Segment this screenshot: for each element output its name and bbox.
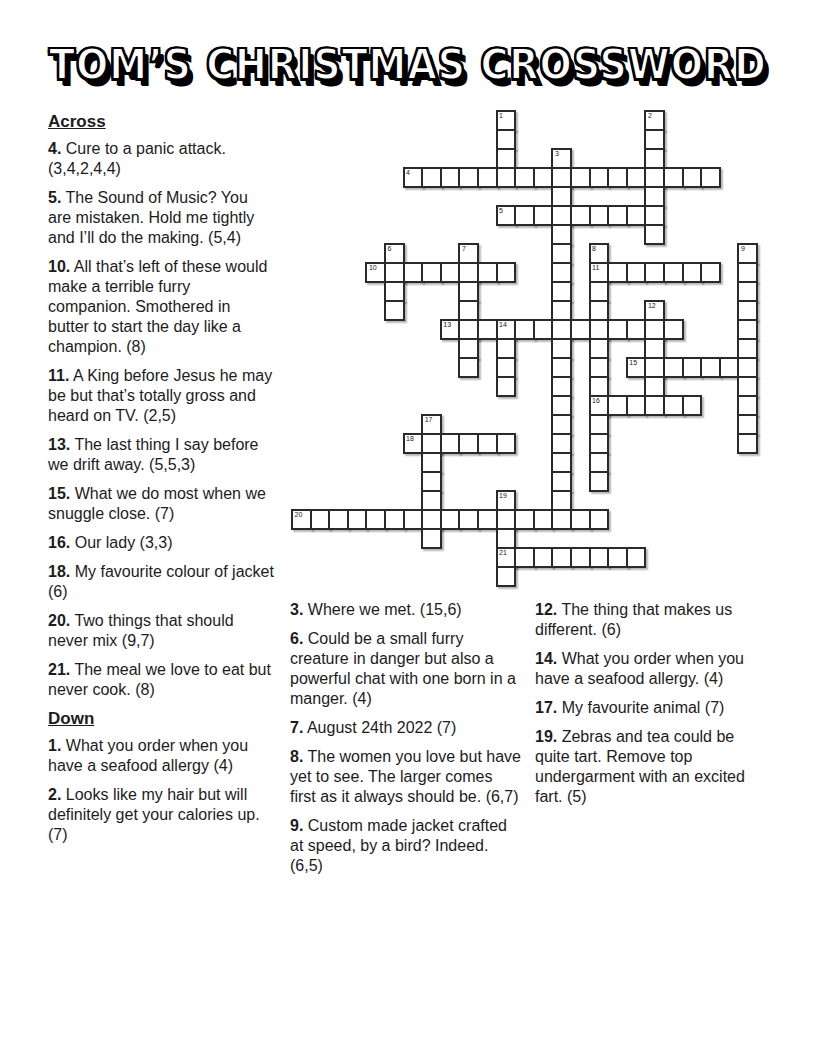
clue-number: 14. <box>535 650 557 667</box>
cell-r3c6[interactable]: 4 <box>403 167 424 188</box>
cell-r21c14[interactable] <box>551 509 572 530</box>
cell-r15c24[interactable] <box>737 395 758 416</box>
cell-r5c18[interactable] <box>626 205 647 226</box>
cell-r3c10[interactable] <box>477 167 498 188</box>
cell-r0c19[interactable]: 2 <box>644 110 665 131</box>
clue-number: 12. <box>535 601 557 618</box>
cell-r10c5[interactable] <box>384 300 405 321</box>
cell-r11c10[interactable] <box>477 319 498 340</box>
cell-r18c14[interactable] <box>551 452 572 473</box>
clue-number: 19. <box>535 728 557 745</box>
cell-r14c11[interactable] <box>496 376 517 397</box>
cell-r13c21[interactable] <box>682 357 703 378</box>
cell-r8c9[interactable] <box>458 262 479 283</box>
cell-r3c14[interactable] <box>551 167 572 188</box>
cell-number-16: 16 <box>592 396 600 405</box>
clue-17: 17. My favourite animal (7) <box>535 698 764 718</box>
clue-7: 7. August 24th 2022 (7) <box>290 718 521 738</box>
cell-r8c18[interactable] <box>626 262 647 283</box>
cell-r11c19[interactable] <box>644 319 665 340</box>
cell-r18c16[interactable] <box>589 452 610 473</box>
cell-r8c6[interactable] <box>403 262 424 283</box>
cell-r12c24[interactable] <box>737 338 758 359</box>
cell-r3c12[interactable] <box>514 167 535 188</box>
cell-r15c21[interactable] <box>682 395 703 416</box>
cell-r21c5[interactable] <box>384 509 405 530</box>
cell-r0c11[interactable]: 1 <box>496 110 517 131</box>
cell-r22c7[interactable] <box>421 528 442 549</box>
cell-number-18: 18 <box>406 434 414 443</box>
cell-r5c15[interactable] <box>570 205 591 226</box>
cell-r8c20[interactable] <box>663 262 684 283</box>
cell-r12c16[interactable] <box>589 338 610 359</box>
cell-number-19: 19 <box>499 491 507 500</box>
clue-number: 2. <box>48 786 61 803</box>
cell-r13c22[interactable] <box>700 357 721 378</box>
cell-r5c11[interactable]: 5 <box>496 205 517 226</box>
cell-r14c16[interactable] <box>589 376 610 397</box>
clue-21: 21. The meal we love to eat but never co… <box>48 660 274 700</box>
cell-r5c19[interactable] <box>644 205 665 226</box>
clue-9: 9. Custom made jacket crafted at speed, … <box>290 816 521 876</box>
cell-r9c24[interactable] <box>737 281 758 302</box>
cell-r11c24[interactable] <box>737 319 758 340</box>
cell-r11c15[interactable] <box>570 319 591 340</box>
cell-number-17: 17 <box>425 415 433 424</box>
clue-12: 12. The thing that makes us different. (… <box>535 600 764 640</box>
cell-r19c16[interactable] <box>589 471 610 492</box>
cell-r6c19[interactable] <box>644 224 665 245</box>
cell-number-21: 21 <box>499 548 507 557</box>
cell-r11c14[interactable] <box>551 319 572 340</box>
cell-r3c17[interactable] <box>607 167 628 188</box>
cell-r23c17[interactable] <box>607 547 628 568</box>
cell-number-15: 15 <box>629 358 637 367</box>
cell-number-9: 9 <box>741 244 745 253</box>
cell-r3c11[interactable] <box>496 167 517 188</box>
cell-r21c11[interactable] <box>496 509 517 530</box>
cell-number-6: 6 <box>388 244 392 253</box>
cell-r16c7[interactable]: 17 <box>421 414 442 435</box>
cell-number-14: 14 <box>499 320 507 329</box>
cell-r9c14[interactable] <box>551 281 572 302</box>
clue-number: 20. <box>48 612 70 629</box>
cell-r11c18[interactable] <box>626 319 647 340</box>
cell-r17c11[interactable] <box>496 433 517 454</box>
cell-r3c7[interactable] <box>421 167 442 188</box>
cell-r17c10[interactable] <box>477 433 498 454</box>
clue-number: 18. <box>48 563 70 580</box>
cell-number-1: 1 <box>499 111 503 120</box>
cell-r21c0[interactable]: 20 <box>291 509 312 530</box>
cell-r8c4[interactable]: 10 <box>365 262 386 283</box>
clue-20: 20. Two things that should never mix (9,… <box>48 611 274 651</box>
crossword-grid: 123456789101112131415161718192021 <box>291 110 758 587</box>
cell-r15c18[interactable] <box>626 395 647 416</box>
cell-r21c16[interactable] <box>589 509 610 530</box>
cell-r5c14[interactable] <box>551 205 572 226</box>
cell-r23c16[interactable] <box>589 547 610 568</box>
cell-number-8: 8 <box>592 244 596 253</box>
cell-number-4: 4 <box>406 168 410 177</box>
cell-r23c18[interactable] <box>626 547 647 568</box>
cell-r17c14[interactable] <box>551 433 572 454</box>
clue-10: 10. All that’s left of these would make … <box>48 257 274 357</box>
clue-number: 13. <box>48 436 70 453</box>
cell-r9c9[interactable] <box>458 281 479 302</box>
cell-r5c13[interactable] <box>533 205 554 226</box>
cell-r7c16[interactable]: 8 <box>589 243 610 264</box>
cell-r10c24[interactable] <box>737 300 758 321</box>
clue-number: 16. <box>48 534 70 551</box>
cell-r12c9[interactable] <box>458 338 479 359</box>
cell-r8c10[interactable] <box>477 262 498 283</box>
cell-r21c9[interactable] <box>458 509 479 530</box>
clue-16: 16. Our lady (3,3) <box>48 533 274 553</box>
cell-r12c14[interactable] <box>551 338 572 359</box>
down-header: Down <box>48 709 274 729</box>
page: TOM’S CHRISTMAS CROSSWORD 12345678910111… <box>0 0 816 1056</box>
cell-r8c11[interactable] <box>496 262 517 283</box>
cell-r2c11[interactable] <box>496 148 517 169</box>
clue-6: 6. Could be a small furry creature in da… <box>290 629 521 709</box>
cell-r4c14[interactable] <box>551 186 572 207</box>
cell-r3c13[interactable] <box>533 167 554 188</box>
cell-r19c14[interactable] <box>551 471 572 492</box>
cell-number-2: 2 <box>648 111 652 120</box>
cell-r23c12[interactable] <box>514 547 535 568</box>
cell-r17c9[interactable] <box>458 433 479 454</box>
cell-r1c19[interactable] <box>644 129 665 150</box>
cell-r9c16[interactable] <box>589 281 610 302</box>
cell-r9c5[interactable] <box>384 281 405 302</box>
cell-r16c14[interactable] <box>551 414 572 435</box>
cell-r13c24[interactable] <box>737 357 758 378</box>
cell-r4c19[interactable] <box>644 186 665 207</box>
cell-number-11: 11 <box>592 263 599 272</box>
clue-number: 6. <box>290 630 303 647</box>
clue-number: 11. <box>48 367 69 384</box>
cell-r22c11[interactable] <box>496 528 517 549</box>
clue-13: 13. The last thing I say before we drift… <box>48 435 274 475</box>
cell-r13c14[interactable] <box>551 357 572 378</box>
cell-number-5: 5 <box>499 206 503 215</box>
cell-r8c17[interactable] <box>607 262 628 283</box>
cell-r3c9[interactable] <box>458 167 479 188</box>
cell-r21c1[interactable] <box>310 509 331 530</box>
cell-number-13: 13 <box>443 320 451 329</box>
cell-r11c9[interactable] <box>458 319 479 340</box>
across-header: Across <box>48 112 274 132</box>
cell-r11c16[interactable] <box>589 319 610 340</box>
clue-4: 4. Cure to a panic attack. (3,4,2,4,4) <box>48 139 274 179</box>
cell-r12c11[interactable] <box>496 338 517 359</box>
cell-r3c8[interactable] <box>440 167 461 188</box>
cell-r11c17[interactable] <box>607 319 628 340</box>
cell-r3c20[interactable] <box>663 167 684 188</box>
cell-r23c13[interactable] <box>533 547 554 568</box>
clue-11: 11. A King before Jesus he may be but th… <box>48 366 274 426</box>
cell-r15c16[interactable]: 16 <box>589 395 610 416</box>
cell-r15c14[interactable] <box>551 395 572 416</box>
clue-3: 3. Where we met. (15,6) <box>290 600 521 620</box>
cell-r3c22[interactable] <box>700 167 721 188</box>
cell-r14c24[interactable] <box>737 376 758 397</box>
cell-r8c14[interactable] <box>551 262 572 283</box>
cell-r3c15[interactable] <box>570 167 591 188</box>
clue-5: 5. The Sound of Music? You are mistaken.… <box>48 188 274 248</box>
cell-r17c8[interactable] <box>440 433 461 454</box>
cell-r14c19[interactable] <box>644 376 665 397</box>
cell-r24c11[interactable] <box>496 566 517 587</box>
cell-r13c19[interactable] <box>644 357 665 378</box>
cell-r8c7[interactable] <box>421 262 442 283</box>
cell-r17c6[interactable]: 18 <box>403 433 424 454</box>
cell-r21c8[interactable] <box>440 509 461 530</box>
clue-number: 1. <box>48 737 61 754</box>
cell-number-3: 3 <box>555 149 559 158</box>
cell-number-7: 7 <box>462 244 466 253</box>
clue-number: 5. <box>48 189 61 206</box>
cell-r3c21[interactable] <box>682 167 703 188</box>
cell-r8c22[interactable] <box>700 262 721 283</box>
cell-r12c19[interactable] <box>644 338 665 359</box>
cell-r21c13[interactable] <box>533 509 554 530</box>
clue-19: 19. Zebras and tea could be quite tart. … <box>535 727 764 807</box>
cell-r11c20[interactable] <box>663 319 684 340</box>
clue-number: 9. <box>290 817 303 834</box>
cell-r14c14[interactable] <box>551 376 572 397</box>
cell-r17c24[interactable] <box>737 433 758 454</box>
cell-r7c9[interactable]: 7 <box>458 243 479 264</box>
cell-r7c5[interactable]: 6 <box>384 243 405 264</box>
cell-r8c21[interactable] <box>682 262 703 283</box>
cell-r5c12[interactable] <box>514 205 535 226</box>
cell-r13c20[interactable] <box>663 357 684 378</box>
cell-r16c24[interactable] <box>737 414 758 435</box>
cell-r23c15[interactable] <box>570 547 591 568</box>
cell-r15c19[interactable] <box>644 395 665 416</box>
cell-r8c5[interactable] <box>384 262 405 283</box>
cell-r2c19[interactable] <box>644 148 665 169</box>
clue-number: 7. <box>290 719 303 736</box>
cell-r1c11[interactable] <box>496 129 517 150</box>
cell-r11c13[interactable] <box>533 319 554 340</box>
cell-r10c16[interactable] <box>589 300 610 321</box>
cell-r11c12[interactable] <box>514 319 535 340</box>
cell-r5c17[interactable] <box>607 205 628 226</box>
cell-r3c19[interactable] <box>644 167 665 188</box>
cell-r3c16[interactable] <box>589 167 610 188</box>
clue-column-middle: 3. Where we met. (15,6)6. Could be a sma… <box>290 600 521 885</box>
clue-number: 3. <box>290 601 303 618</box>
cell-r10c19[interactable]: 12 <box>644 300 665 321</box>
cell-r23c14[interactable] <box>551 547 572 568</box>
cell-r21c10[interactable] <box>477 509 498 530</box>
cell-r18c7[interactable] <box>421 452 442 473</box>
cell-r21c4[interactable] <box>365 509 386 530</box>
clue-column-left: Across4. Cure to a panic attack. (3,4,2,… <box>48 112 274 854</box>
clue-column-right: 12. The thing that makes us different. (… <box>535 600 764 816</box>
cell-r8c8[interactable] <box>440 262 461 283</box>
clue-number: 4. <box>48 140 61 157</box>
cell-r8c16[interactable]: 11 <box>589 262 610 283</box>
cell-r3c18[interactable] <box>626 167 647 188</box>
cell-r17c16[interactable] <box>589 433 610 454</box>
clue-2: 2. Looks like my hair but will definitel… <box>48 785 274 845</box>
cell-r11c8[interactable]: 13 <box>440 319 461 340</box>
cell-r11c11[interactable]: 14 <box>496 319 517 340</box>
cell-r15c20[interactable] <box>663 395 684 416</box>
clue-number: 15. <box>48 485 70 502</box>
cell-r23c11[interactable]: 21 <box>496 547 517 568</box>
cell-r13c9[interactable] <box>458 357 479 378</box>
clue-1: 1. What you order when you have a seafoo… <box>48 736 274 776</box>
cell-r13c23[interactable] <box>719 357 740 378</box>
cell-r10c9[interactable] <box>458 300 479 321</box>
cell-r6c14[interactable] <box>551 224 572 245</box>
cell-r21c2[interactable] <box>328 509 349 530</box>
cell-r19c7[interactable] <box>421 471 442 492</box>
cell-r2c14[interactable]: 3 <box>551 148 572 169</box>
clue-8: 8. The women you love but have yet to se… <box>290 747 521 807</box>
cell-r21c6[interactable] <box>403 509 424 530</box>
cell-r17c7[interactable] <box>421 433 442 454</box>
cell-r13c11[interactable] <box>496 357 517 378</box>
cell-r21c15[interactable] <box>570 509 591 530</box>
cell-r5c16[interactable] <box>589 205 610 226</box>
cell-r8c24[interactable] <box>737 262 758 283</box>
clue-18: 18. My favourite colour of jacket (6) <box>48 562 274 602</box>
cell-r7c14[interactable] <box>551 243 572 264</box>
cell-r7c24[interactable]: 9 <box>737 243 758 264</box>
page-title: TOM’S CHRISTMAS CROSSWORD <box>0 40 816 89</box>
cell-r21c3[interactable] <box>347 509 368 530</box>
cell-number-20: 20 <box>295 510 303 519</box>
cell-r13c18[interactable]: 15 <box>626 357 647 378</box>
cell-r21c7[interactable] <box>421 509 442 530</box>
cell-r20c14[interactable] <box>551 490 572 511</box>
cell-r21c12[interactable] <box>514 509 535 530</box>
cell-r13c16[interactable] <box>589 357 610 378</box>
cell-r16c16[interactable] <box>589 414 610 435</box>
cell-r15c17[interactable] <box>607 395 628 416</box>
cell-number-10: 10 <box>369 263 377 272</box>
cell-r20c7[interactable] <box>421 490 442 511</box>
cell-r10c14[interactable] <box>551 300 572 321</box>
cell-number-12: 12 <box>648 301 656 310</box>
clue-14: 14. What you order when you have a seafo… <box>535 649 764 689</box>
cell-r20c11[interactable]: 19 <box>496 490 517 511</box>
clue-15: 15. What we do most when we snuggle clos… <box>48 484 274 524</box>
clue-number: 8. <box>290 748 303 765</box>
clue-number: 10. <box>48 258 70 275</box>
clue-number: 17. <box>535 699 557 716</box>
clue-number: 21. <box>48 661 70 678</box>
cell-r8c19[interactable] <box>644 262 665 283</box>
